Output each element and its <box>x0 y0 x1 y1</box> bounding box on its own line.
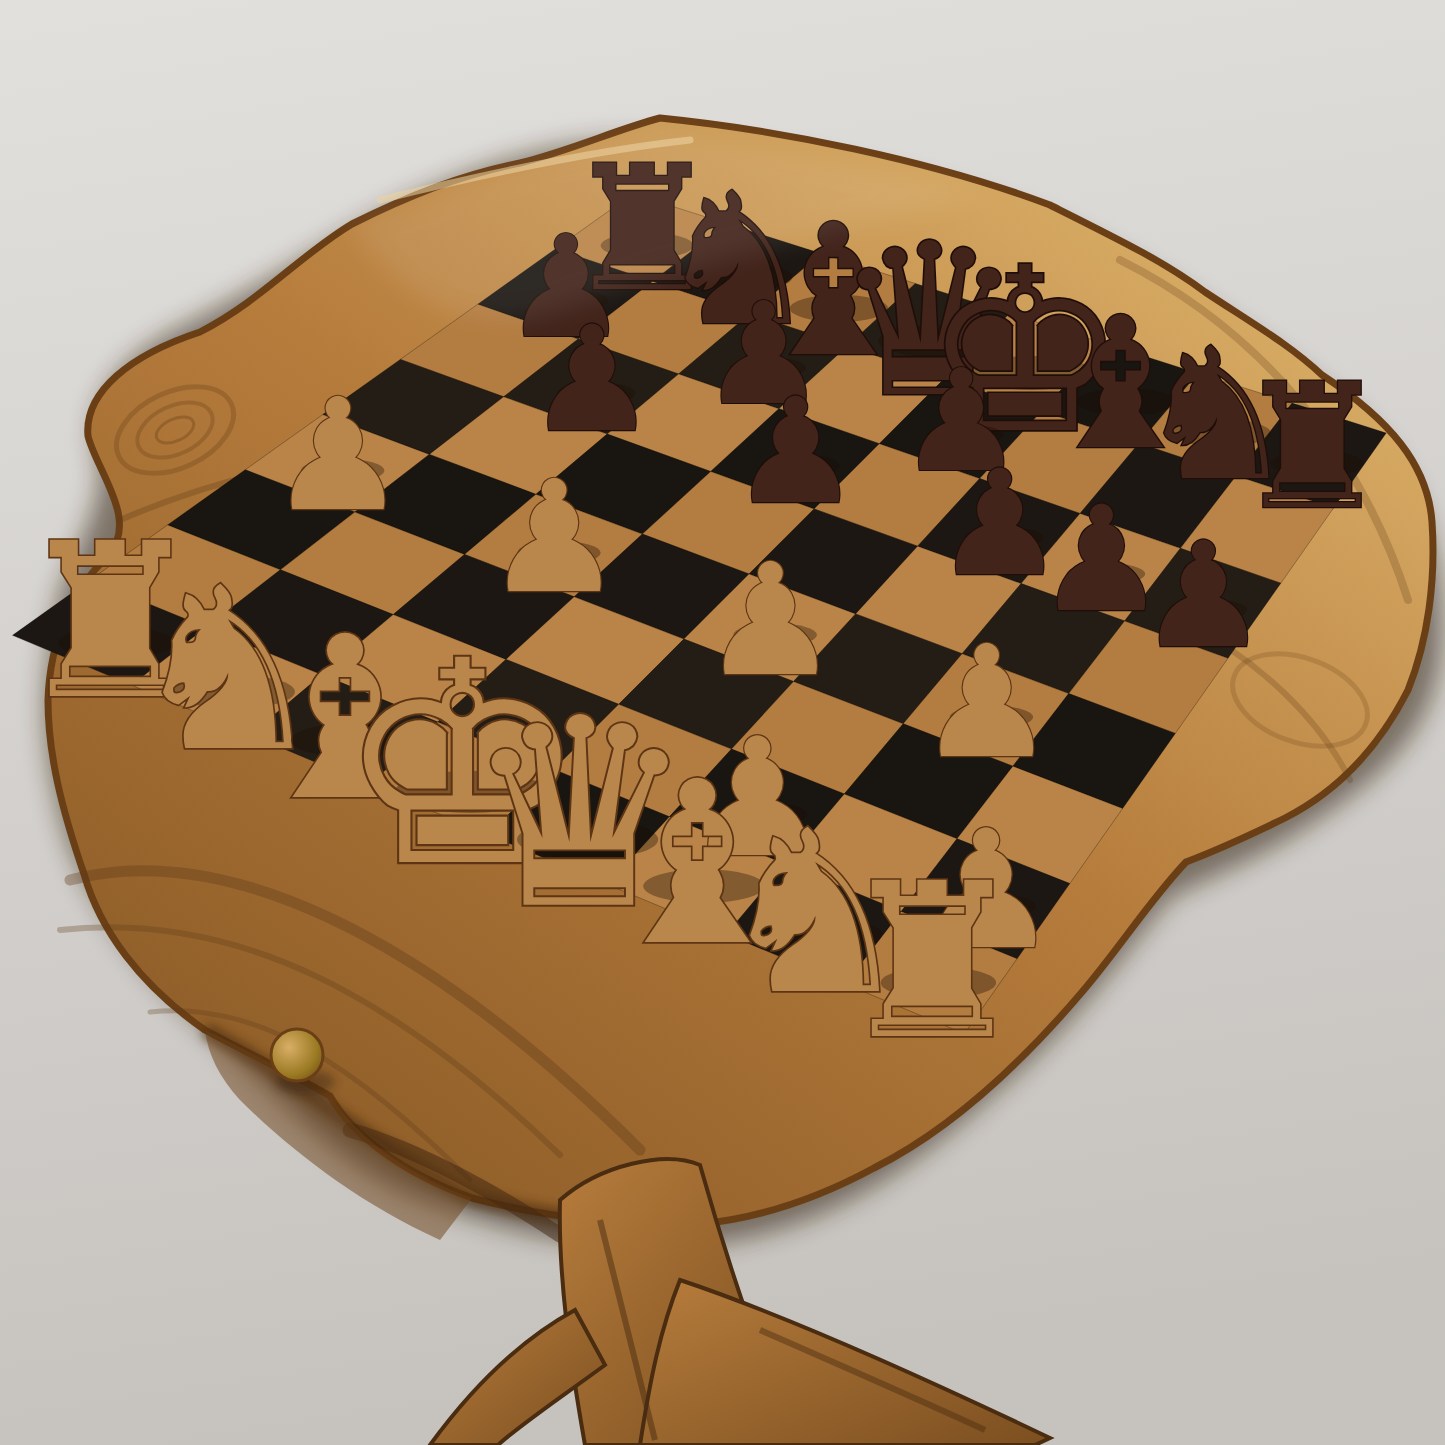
piece-white-pawn-e4[interactable]: ♟ <box>701 530 840 711</box>
piece-black-pawn-b6[interactable]: ♟ <box>526 294 657 464</box>
piece-white-rook-h1[interactable]: ♜ <box>836 837 1028 1086</box>
chess-scene: ♜♞♝♛♚♝♞♜♟♟♟♟♟♟♟♟♟♟♟♟♟♟♜♞♝♚♛♝♞♜ <box>0 0 1445 1445</box>
piece-white-pawn-a4[interactable]: ♟ <box>269 365 408 546</box>
piece-white-pawn-g4[interactable]: ♟ <box>917 612 1056 793</box>
piece-black-pawn-h6[interactable]: ♟ <box>1138 510 1269 680</box>
chess-table-photo: ♜♞♝♛♚♝♞♜♟♟♟♟♟♟♟♟♟♟♟♟♟♟♜♞♝♚♛♝♞♜ <box>0 0 1445 1445</box>
piece-black-pawn-d6[interactable]: ♟ <box>730 366 861 536</box>
drawer-knob[interactable] <box>271 1029 323 1081</box>
